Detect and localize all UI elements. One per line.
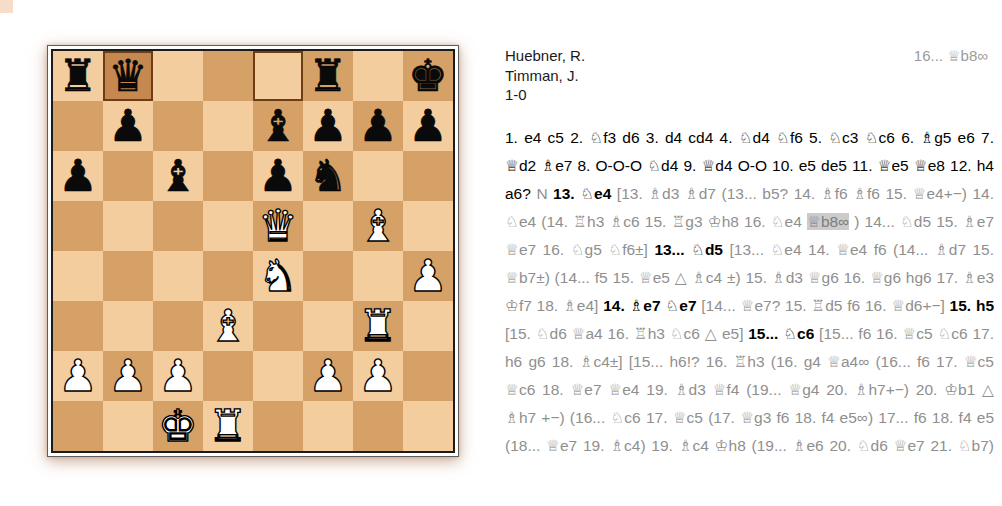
white-pawn[interactable]: ♟ <box>403 251 453 301</box>
square-d5[interactable] <box>203 201 253 251</box>
white-rook[interactable]: ♜ <box>203 401 253 451</box>
square-b3[interactable] <box>103 301 153 351</box>
square-g7[interactable]: ♟ <box>353 101 403 151</box>
square-g3[interactable]: ♜ <box>353 301 403 351</box>
move-segment[interactable]: 15... ♘c6 <box>748 325 814 342</box>
square-d6[interactable] <box>203 151 253 201</box>
current-move-highlight[interactable]: ♕b8∞ <box>807 213 849 230</box>
square-g4[interactable] <box>353 251 403 301</box>
white-knight[interactable]: ♞ <box>253 251 303 301</box>
square-e6[interactable]: ♟ <box>253 151 303 201</box>
square-h6[interactable] <box>403 151 453 201</box>
white-bishop[interactable]: ♝ <box>353 201 403 251</box>
square-a4[interactable] <box>53 251 103 301</box>
square-f8[interactable]: ♜ <box>303 51 353 101</box>
move-segment[interactable]: [15. ♘d6 ♕a4 16. ♖h3 ♘c6 △ e5] <box>505 325 743 342</box>
move-segment[interactable]: 13... ♘d5 <box>654 241 723 258</box>
move-segment[interactable]: N <box>536 185 547 202</box>
square-a3[interactable] <box>53 301 103 351</box>
square-g2[interactable]: ♟ <box>353 351 403 401</box>
square-f1[interactable] <box>303 401 353 451</box>
notation-panel[interactable]: 1. e4 c5 2. ♘f3 d6 3. d4 cd4 4. ♘d4 ♘f6 … <box>505 124 994 462</box>
white-pawn[interactable]: ♟ <box>303 351 353 401</box>
white-pawn[interactable]: ♟ <box>103 351 153 401</box>
square-h2[interactable] <box>403 351 453 401</box>
move-segment[interactable]: 15. h5 <box>950 297 994 314</box>
square-h1[interactable] <box>403 401 453 451</box>
white-queen[interactable]: ♛ <box>253 201 303 251</box>
square-a2[interactable]: ♟ <box>53 351 103 401</box>
square-e8[interactable] <box>253 51 303 101</box>
black-player-name: Timman, J. <box>505 66 585 86</box>
square-e2[interactable] <box>253 351 303 401</box>
game-header: Huebner, R. Timman, J. 1-0 <box>505 46 585 105</box>
square-g5[interactable]: ♝ <box>353 201 403 251</box>
square-h7[interactable]: ♟ <box>403 101 453 151</box>
black-king[interactable]: ♚ <box>403 51 453 101</box>
square-b5[interactable] <box>103 201 153 251</box>
black-pawn[interactable]: ♟ <box>53 151 103 201</box>
white-pawn[interactable]: ♟ <box>353 351 403 401</box>
square-a1[interactable] <box>53 401 103 451</box>
square-b4[interactable] <box>103 251 153 301</box>
black-pawn[interactable]: ♟ <box>303 101 353 151</box>
move-segment[interactable]: 14. ♗e7 ♘e7 <box>603 297 696 314</box>
square-g1[interactable] <box>353 401 403 451</box>
square-b1[interactable] <box>103 401 153 451</box>
square-e5[interactable]: ♛ <box>253 201 303 251</box>
square-d2[interactable] <box>203 351 253 401</box>
black-knight[interactable]: ♞ <box>303 151 353 201</box>
game-result: 1-0 <box>505 85 585 105</box>
current-move-indicator: 16... ♕b8∞ <box>914 47 988 65</box>
square-b7[interactable]: ♟ <box>103 101 153 151</box>
square-f2[interactable]: ♟ <box>303 351 353 401</box>
square-c6[interactable]: ♝ <box>153 151 203 201</box>
square-c3[interactable] <box>153 301 203 351</box>
square-d7[interactable] <box>203 101 253 151</box>
black-pawn[interactable]: ♟ <box>353 101 403 151</box>
square-b2[interactable]: ♟ <box>103 351 153 401</box>
square-h4[interactable]: ♟ <box>403 251 453 301</box>
square-c4[interactable] <box>153 251 203 301</box>
square-h5[interactable] <box>403 201 453 251</box>
square-e3[interactable] <box>253 301 303 351</box>
square-b6[interactable] <box>103 151 153 201</box>
black-rook[interactable]: ♜ <box>303 51 353 101</box>
square-d8[interactable] <box>203 51 253 101</box>
white-pawn[interactable]: ♟ <box>53 351 103 401</box>
square-a6[interactable]: ♟ <box>53 151 103 201</box>
black-queen[interactable]: ♛ <box>103 51 153 101</box>
chess-board-frame: ♜♛♜♚♟♝♟♟♟♟♝♟♞♛♝♞♟♝♜♟♟♟♟♟♚♜ <box>47 45 459 457</box>
white-player-name: Huebner, R. <box>505 46 585 66</box>
chess-board: ♜♛♜♚♟♝♟♟♟♟♝♟♞♛♝♞♟♝♜♟♟♟♟♟♚♜ <box>51 49 455 453</box>
corner-decoration <box>0 0 13 13</box>
square-d1[interactable]: ♜ <box>203 401 253 451</box>
square-c1[interactable]: ♚ <box>153 401 203 451</box>
square-h3[interactable] <box>403 301 453 351</box>
black-pawn[interactable]: ♟ <box>103 101 153 151</box>
white-bishop[interactable]: ♝ <box>203 301 253 351</box>
square-d3[interactable]: ♝ <box>203 301 253 351</box>
white-king[interactable]: ♚ <box>153 401 203 451</box>
square-c7[interactable] <box>153 101 203 151</box>
black-bishop[interactable]: ♝ <box>253 101 303 151</box>
square-f6[interactable]: ♞ <box>303 151 353 201</box>
square-c5[interactable] <box>153 201 203 251</box>
move-segment[interactable]: [15... f6 16. ♕c5 ♘c6 17. h6 g6 18. ♗c4±… <box>505 325 994 462</box>
square-a5[interactable] <box>53 201 103 251</box>
square-g8[interactable] <box>353 51 403 101</box>
square-a8[interactable]: ♜ <box>53 51 103 101</box>
move-segment[interactable]: [14... ♕e7? 15. ♖d5 f6 16. ♕d6+−] <box>701 297 945 314</box>
black-pawn[interactable]: ♟ <box>253 151 303 201</box>
square-e7[interactable]: ♝ <box>253 101 303 151</box>
square-h8[interactable]: ♚ <box>403 51 453 101</box>
square-a7[interactable] <box>53 101 103 151</box>
white-pawn[interactable]: ♟ <box>153 351 203 401</box>
square-f7[interactable]: ♟ <box>303 101 353 151</box>
square-b8[interactable]: ♛ <box>103 51 153 101</box>
black-bishop[interactable]: ♝ <box>153 151 203 201</box>
square-f5[interactable] <box>303 201 353 251</box>
square-e4[interactable]: ♞ <box>253 251 303 301</box>
square-e1[interactable] <box>253 401 303 451</box>
black-rook[interactable]: ♜ <box>53 51 103 101</box>
move-segment[interactable]: 13. ♘e4 <box>553 185 611 202</box>
square-f4[interactable] <box>303 251 353 301</box>
black-pawn[interactable]: ♟ <box>403 101 453 151</box>
square-c2[interactable]: ♟ <box>153 351 203 401</box>
white-rook[interactable]: ♜ <box>353 301 403 351</box>
square-d4[interactable] <box>203 251 253 301</box>
square-f3[interactable] <box>303 301 353 351</box>
square-g6[interactable] <box>353 151 403 201</box>
square-c8[interactable] <box>153 51 203 101</box>
